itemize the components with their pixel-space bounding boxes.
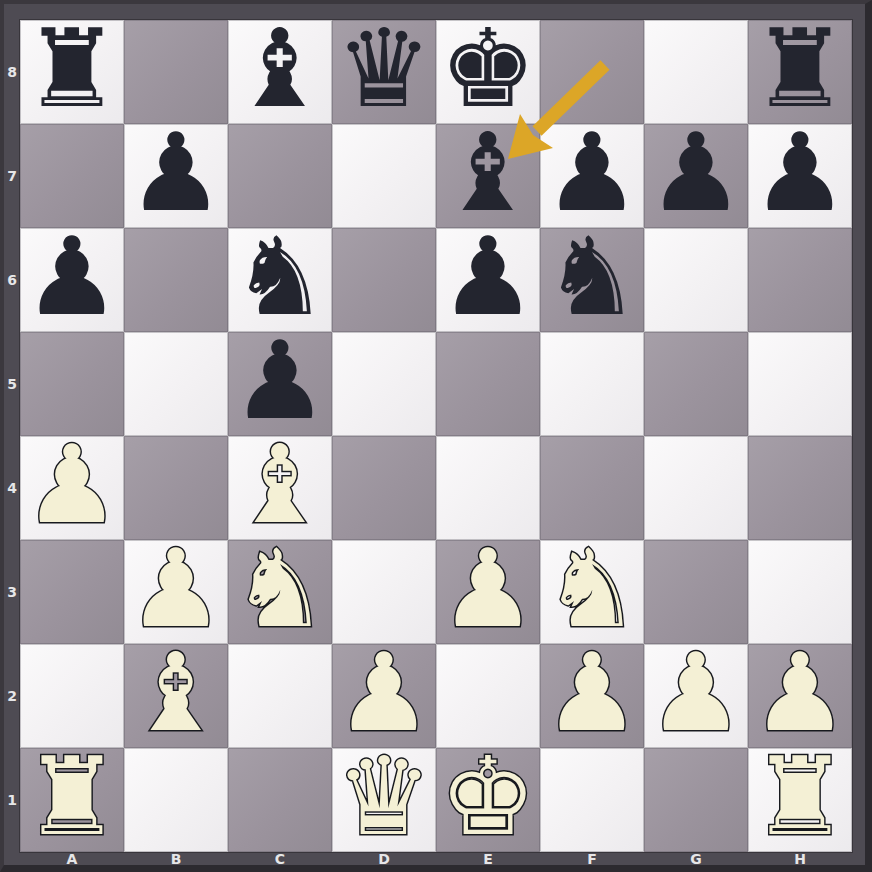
square-f3[interactable]: ♞ bbox=[540, 540, 644, 644]
square-a5[interactable] bbox=[20, 332, 124, 436]
square-e5[interactable] bbox=[436, 332, 540, 436]
black-king-e8[interactable]: ♚ bbox=[440, 17, 537, 121]
square-g1[interactable] bbox=[644, 748, 748, 852]
black-pawn-f7[interactable]: ♟ bbox=[544, 121, 641, 225]
square-h7[interactable]: ♟ bbox=[748, 124, 852, 228]
white-pawn-b3[interactable]: ♟ bbox=[128, 537, 225, 641]
square-e4[interactable] bbox=[436, 436, 540, 540]
square-c2[interactable] bbox=[228, 644, 332, 748]
black-pawn-b7[interactable]: ♟ bbox=[128, 121, 225, 225]
square-h4[interactable] bbox=[748, 436, 852, 540]
square-b5[interactable] bbox=[124, 332, 228, 436]
white-knight-c3[interactable]: ♞ bbox=[232, 537, 329, 641]
square-c1[interactable] bbox=[228, 748, 332, 852]
square-c8[interactable]: ♝ bbox=[228, 20, 332, 124]
file-label-C: C bbox=[228, 852, 332, 865]
rank-label-2: 2 bbox=[4, 644, 20, 748]
square-d8[interactable]: ♛ bbox=[332, 20, 436, 124]
file-label-F: F bbox=[540, 852, 644, 865]
square-e7[interactable]: ♝ bbox=[436, 124, 540, 228]
white-pawn-f2[interactable]: ♟ bbox=[544, 641, 641, 745]
chess-board-frame: 87654321 ABCDEFGH ♜♝♛♚♜♟♝♟♟♟♟♞♟♞♟♟♝♟♞♟♞♝… bbox=[0, 0, 872, 872]
white-bishop-c4[interactable]: ♝ bbox=[232, 433, 329, 537]
white-pawn-d2[interactable]: ♟ bbox=[336, 641, 433, 745]
black-pawn-h7[interactable]: ♟ bbox=[752, 121, 849, 225]
square-b2[interactable]: ♝ bbox=[124, 644, 228, 748]
black-rook-a8[interactable]: ♜ bbox=[24, 17, 121, 121]
square-e2[interactable] bbox=[436, 644, 540, 748]
square-c5[interactable]: ♟ bbox=[228, 332, 332, 436]
square-f1[interactable] bbox=[540, 748, 644, 852]
white-bishop-b2[interactable]: ♝ bbox=[128, 641, 225, 745]
black-knight-c6[interactable]: ♞ bbox=[232, 225, 329, 329]
square-g4[interactable] bbox=[644, 436, 748, 540]
rank-label-5: 5 bbox=[4, 332, 20, 436]
square-a4[interactable]: ♟ bbox=[20, 436, 124, 540]
square-a8[interactable]: ♜ bbox=[20, 20, 124, 124]
square-f5[interactable] bbox=[540, 332, 644, 436]
white-pawn-e3[interactable]: ♟ bbox=[440, 537, 537, 641]
square-h5[interactable] bbox=[748, 332, 852, 436]
white-pawn-a4[interactable]: ♟ bbox=[24, 433, 121, 537]
file-label-G: G bbox=[644, 852, 748, 865]
black-pawn-c5[interactable]: ♟ bbox=[232, 329, 329, 433]
square-d3[interactable] bbox=[332, 540, 436, 644]
square-g8[interactable] bbox=[644, 20, 748, 124]
square-h2[interactable]: ♟ bbox=[748, 644, 852, 748]
square-d4[interactable] bbox=[332, 436, 436, 540]
board-squares: ♜♝♛♚♜♟♝♟♟♟♟♞♟♞♟♟♝♟♞♟♞♝♟♟♟♟♜♛♚♜ bbox=[20, 20, 852, 852]
black-rook-h8[interactable]: ♜ bbox=[752, 17, 849, 121]
square-f2[interactable]: ♟ bbox=[540, 644, 644, 748]
square-b7[interactable]: ♟ bbox=[124, 124, 228, 228]
rank-labels: 87654321 bbox=[4, 20, 20, 852]
square-h1[interactable]: ♜ bbox=[748, 748, 852, 852]
square-c6[interactable]: ♞ bbox=[228, 228, 332, 332]
square-b6[interactable] bbox=[124, 228, 228, 332]
white-pawn-h2[interactable]: ♟ bbox=[752, 641, 849, 745]
square-a2[interactable] bbox=[20, 644, 124, 748]
white-pawn-g2[interactable]: ♟ bbox=[648, 641, 745, 745]
square-e6[interactable]: ♟ bbox=[436, 228, 540, 332]
square-g3[interactable] bbox=[644, 540, 748, 644]
rank-label-4: 4 bbox=[4, 436, 20, 540]
square-c3[interactable]: ♞ bbox=[228, 540, 332, 644]
square-b3[interactable]: ♟ bbox=[124, 540, 228, 644]
square-b4[interactable] bbox=[124, 436, 228, 540]
square-h8[interactable]: ♜ bbox=[748, 20, 852, 124]
square-h6[interactable] bbox=[748, 228, 852, 332]
black-pawn-a6[interactable]: ♟ bbox=[24, 225, 121, 329]
black-pawn-e6[interactable]: ♟ bbox=[440, 225, 537, 329]
rank-label-1: 1 bbox=[4, 748, 20, 852]
square-d7[interactable] bbox=[332, 124, 436, 228]
square-f8[interactable] bbox=[540, 20, 644, 124]
rank-label-7: 7 bbox=[4, 124, 20, 228]
square-d1[interactable]: ♛ bbox=[332, 748, 436, 852]
square-e8[interactable]: ♚ bbox=[436, 20, 540, 124]
square-d5[interactable] bbox=[332, 332, 436, 436]
square-f7[interactable]: ♟ bbox=[540, 124, 644, 228]
white-rook-a1[interactable]: ♜ bbox=[24, 745, 121, 849]
white-knight-f3[interactable]: ♞ bbox=[544, 537, 641, 641]
square-e1[interactable]: ♚ bbox=[436, 748, 540, 852]
rank-label-3: 3 bbox=[4, 540, 20, 644]
square-a3[interactable] bbox=[20, 540, 124, 644]
square-g5[interactable] bbox=[644, 332, 748, 436]
square-d2[interactable]: ♟ bbox=[332, 644, 436, 748]
square-d6[interactable] bbox=[332, 228, 436, 332]
file-labels: ABCDEFGH bbox=[20, 852, 852, 865]
square-f4[interactable] bbox=[540, 436, 644, 540]
square-g7[interactable]: ♟ bbox=[644, 124, 748, 228]
square-f6[interactable]: ♞ bbox=[540, 228, 644, 332]
rank-label-6: 6 bbox=[4, 228, 20, 332]
rank-label-8: 8 bbox=[4, 20, 20, 124]
black-pawn-g7[interactable]: ♟ bbox=[648, 121, 745, 225]
file-label-B: B bbox=[124, 852, 228, 865]
white-king-e1[interactable]: ♚ bbox=[440, 745, 537, 849]
square-a7[interactable] bbox=[20, 124, 124, 228]
square-a1[interactable]: ♜ bbox=[20, 748, 124, 852]
square-a6[interactable]: ♟ bbox=[20, 228, 124, 332]
square-b8[interactable] bbox=[124, 20, 228, 124]
square-h3[interactable] bbox=[748, 540, 852, 644]
square-c7[interactable] bbox=[228, 124, 332, 228]
black-knight-f6[interactable]: ♞ bbox=[544, 225, 641, 329]
square-g6[interactable] bbox=[644, 228, 748, 332]
black-bishop-c8[interactable]: ♝ bbox=[232, 17, 329, 121]
square-e3[interactable]: ♟ bbox=[436, 540, 540, 644]
square-b1[interactable] bbox=[124, 748, 228, 852]
white-queen-d1[interactable]: ♛ bbox=[336, 745, 433, 849]
white-rook-h1[interactable]: ♜ bbox=[752, 745, 849, 849]
square-c4[interactable]: ♝ bbox=[228, 436, 332, 540]
black-bishop-e7[interactable]: ♝ bbox=[440, 121, 537, 225]
black-queen-d8[interactable]: ♛ bbox=[336, 17, 433, 121]
square-g2[interactable]: ♟ bbox=[644, 644, 748, 748]
